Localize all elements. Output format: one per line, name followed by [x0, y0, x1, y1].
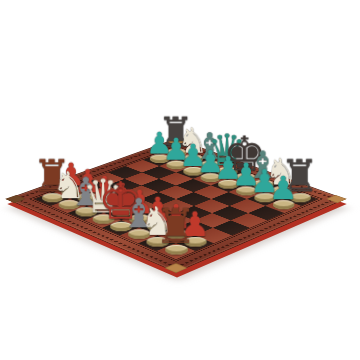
chess-board: ♜♞♝♛♚♝♞♜♟♟♟♟♟♟♟♟♟♟♟♟♟♟♟♟♜♞♝♛♚♝♞♜	[6, 139, 345, 273]
square-h1: ♜	[157, 243, 195, 259]
figurine: ♜	[151, 204, 201, 254]
corner-cap-icon	[5, 195, 26, 203]
pawn-glyph-icon: ♟	[269, 173, 298, 203]
product-photo-scene: ♜♞♝♛♚♝♞♜♟♟♟♟♟♟♟♟♟♟♟♟♟♟♟♟♜♞♝♛♚♝♞♜	[0, 0, 360, 360]
playing-area: ♜♞♝♛♚♝♞♜♟♟♟♟♟♟♟♟♟♟♟♟♟♟♟♟♜♞♝♛♚♝♞♜	[33, 147, 319, 259]
piece-base	[165, 245, 188, 255]
rook-glyph-icon: ♜	[155, 204, 197, 248]
figurine: ♟	[260, 173, 306, 209]
corner-cap-icon	[326, 195, 347, 203]
piece-base	[273, 200, 294, 209]
leather-board-face: ♜♞♝♛♚♝♞♜♟♟♟♟♟♟♟♟♟♟♟♟♟♟♟♟♜♞♝♛♚♝♞♜	[6, 139, 345, 273]
